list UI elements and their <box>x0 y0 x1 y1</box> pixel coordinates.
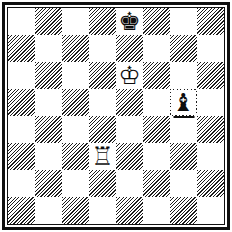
moved-piece-underline <box>173 116 194 118</box>
square-f1[interactable] <box>143 197 170 224</box>
chess-board: ♚♔♝♖ <box>8 8 224 224</box>
square-f4[interactable] <box>143 116 170 143</box>
square-c3[interactable] <box>62 143 89 170</box>
square-a2[interactable] <box>8 170 35 197</box>
square-h1[interactable] <box>197 197 224 224</box>
square-g6[interactable] <box>170 62 197 89</box>
square-g1[interactable] <box>170 197 197 224</box>
square-b6[interactable] <box>35 62 62 89</box>
square-a1[interactable] <box>8 197 35 224</box>
square-b4[interactable] <box>35 116 62 143</box>
square-c2[interactable] <box>62 170 89 197</box>
square-e4[interactable] <box>116 116 143 143</box>
square-h7[interactable] <box>197 35 224 62</box>
square-c5[interactable] <box>62 89 89 116</box>
square-g4[interactable] <box>170 116 197 143</box>
square-d2[interactable] <box>89 170 116 197</box>
square-a4[interactable] <box>8 116 35 143</box>
square-f7[interactable] <box>143 35 170 62</box>
square-h3[interactable] <box>197 143 224 170</box>
white-rook[interactable]: ♖ <box>91 144 113 169</box>
black-bishop[interactable]: ♝ <box>171 90 195 115</box>
square-e5[interactable] <box>116 89 143 116</box>
square-d7[interactable] <box>89 35 116 62</box>
square-e3[interactable] <box>116 143 143 170</box>
square-b7[interactable] <box>35 35 62 62</box>
square-d4[interactable] <box>89 116 116 143</box>
square-h6[interactable] <box>197 62 224 89</box>
square-b1[interactable] <box>35 197 62 224</box>
square-d5[interactable] <box>89 89 116 116</box>
square-f5[interactable] <box>143 89 170 116</box>
square-e8[interactable]: ♚ <box>116 8 143 35</box>
square-a5[interactable] <box>8 89 35 116</box>
square-a3[interactable] <box>8 143 35 170</box>
square-e1[interactable] <box>116 197 143 224</box>
square-f8[interactable] <box>143 8 170 35</box>
square-d3[interactable]: ♖ <box>89 143 116 170</box>
square-a7[interactable] <box>8 35 35 62</box>
square-h2[interactable] <box>197 170 224 197</box>
square-h5[interactable] <box>197 89 224 116</box>
square-a6[interactable] <box>8 62 35 89</box>
square-e7[interactable] <box>116 35 143 62</box>
black-king[interactable]: ♚ <box>118 9 140 34</box>
square-g7[interactable] <box>170 35 197 62</box>
square-g5[interactable]: ♝ <box>170 89 197 116</box>
square-c6[interactable] <box>62 62 89 89</box>
square-h4[interactable] <box>197 116 224 143</box>
square-f6[interactable] <box>143 62 170 89</box>
square-a8[interactable] <box>8 8 35 35</box>
square-d6[interactable] <box>89 62 116 89</box>
square-c7[interactable] <box>62 35 89 62</box>
square-b5[interactable] <box>35 89 62 116</box>
square-c4[interactable] <box>62 116 89 143</box>
square-e2[interactable] <box>116 170 143 197</box>
square-b2[interactable] <box>35 170 62 197</box>
square-d8[interactable] <box>89 8 116 35</box>
square-c1[interactable] <box>62 197 89 224</box>
square-g3[interactable] <box>170 143 197 170</box>
square-b3[interactable] <box>35 143 62 170</box>
square-h8[interactable] <box>197 8 224 35</box>
square-f3[interactable] <box>143 143 170 170</box>
square-g2[interactable] <box>170 170 197 197</box>
square-c8[interactable] <box>62 8 89 35</box>
square-e6[interactable]: ♔ <box>116 62 143 89</box>
square-g8[interactable] <box>170 8 197 35</box>
square-f2[interactable] <box>143 170 170 197</box>
square-d1[interactable] <box>89 197 116 224</box>
chess-diagram: ♚♔♝♖ <box>0 0 232 232</box>
square-b8[interactable] <box>35 8 62 35</box>
white-king[interactable]: ♔ <box>118 63 140 88</box>
